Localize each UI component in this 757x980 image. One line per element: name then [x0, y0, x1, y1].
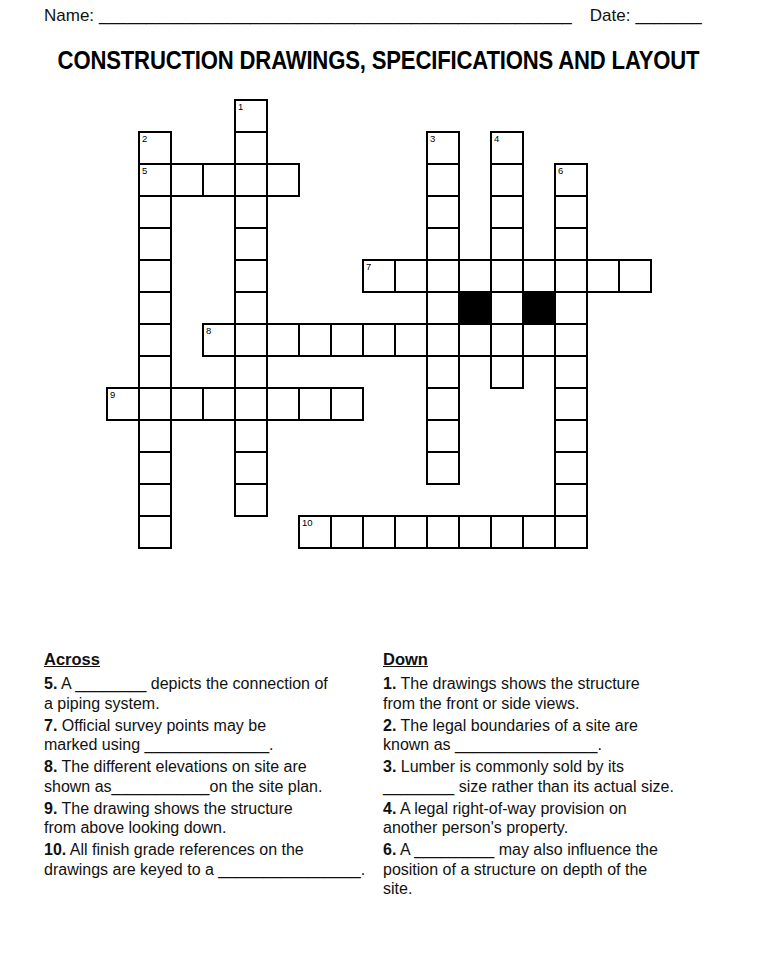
across-clues-column: Across 5. A ________ depicts the connect… — [44, 650, 380, 882]
cell-r2c12[interactable] — [491, 164, 523, 196]
cell-r12c4[interactable] — [235, 484, 267, 516]
empty-space — [171, 324, 203, 356]
empty-space — [203, 196, 235, 228]
cell-r10c14[interactable] — [555, 420, 587, 452]
empty-space — [267, 420, 299, 452]
cell-r1c10[interactable]: 3 — [427, 132, 459, 164]
empty-space — [523, 452, 555, 484]
cell-r7c14[interactable] — [555, 324, 587, 356]
cell-r12c14[interactable] — [555, 484, 587, 516]
empty-space — [107, 324, 139, 356]
empty-space — [523, 356, 555, 388]
empty-space — [299, 164, 331, 196]
empty-space — [107, 484, 139, 516]
date-blank-line: _______ — [635, 6, 701, 25]
clue-across-9: 9. The drawing shows the structure from … — [44, 799, 380, 838]
cell-r9c7[interactable] — [331, 388, 363, 420]
empty-space — [171, 484, 203, 516]
empty-space — [299, 356, 331, 388]
cell-r6c14[interactable] — [555, 292, 587, 324]
empty-space — [267, 516, 299, 548]
clue-text: The legal boundaries of a site are known… — [383, 717, 638, 754]
cell-r13c10[interactable] — [427, 516, 459, 548]
empty-space — [235, 516, 267, 548]
empty-space — [107, 516, 139, 548]
empty-space — [395, 228, 427, 260]
cell-r10c10[interactable] — [427, 420, 459, 452]
empty-space — [587, 228, 619, 260]
clue-across-7: 7. Official survey points may be marked … — [44, 716, 380, 755]
clue-number-label: 7. — [44, 717, 57, 734]
empty-space — [299, 452, 331, 484]
cell-r4c4[interactable] — [235, 228, 267, 260]
date-label: Date: — [590, 6, 631, 25]
empty-space — [267, 100, 299, 132]
empty-space — [555, 100, 587, 132]
cell-r5c1[interactable] — [139, 260, 171, 292]
empty-space — [523, 420, 555, 452]
clue-down-2: 2. The legal boundaries of a site are kn… — [383, 716, 731, 755]
empty-space — [491, 420, 523, 452]
empty-space — [523, 164, 555, 196]
cell-r9c4[interactable] — [235, 388, 267, 420]
cell-r2c14[interactable]: 6 — [555, 164, 587, 196]
cell-r11c1[interactable] — [139, 452, 171, 484]
empty-space — [587, 452, 619, 484]
empty-space — [107, 196, 139, 228]
empty-space — [395, 420, 427, 452]
empty-space — [459, 484, 491, 516]
cell-r8c14[interactable] — [555, 356, 587, 388]
cell-r13c11[interactable] — [459, 516, 491, 548]
empty-space — [107, 356, 139, 388]
cell-r7c9[interactable] — [395, 324, 427, 356]
clue-number-1: 1 — [238, 101, 243, 112]
empty-space — [203, 452, 235, 484]
cell-r1c12[interactable]: 4 — [491, 132, 523, 164]
cell-r10c1[interactable] — [139, 420, 171, 452]
cell-r4c12[interactable] — [491, 228, 523, 260]
cell-r9c14[interactable] — [555, 388, 587, 420]
name-date-row: Name:___________________________________… — [44, 6, 702, 26]
empty-space — [395, 164, 427, 196]
cell-r13c13[interactable] — [523, 516, 555, 548]
name-blank-line: ________________________________________… — [99, 6, 572, 25]
empty-space — [363, 132, 395, 164]
empty-space — [107, 420, 139, 452]
empty-space — [395, 484, 427, 516]
empty-space — [555, 132, 587, 164]
empty-space — [619, 196, 651, 228]
empty-space — [267, 292, 299, 324]
clue-text: All finish grade references on the drawi… — [44, 841, 365, 878]
empty-space — [203, 420, 235, 452]
black-cell-r6c11 — [459, 292, 491, 324]
page-title: CONSTRUCTION DRAWINGS, SPECIFICATIONS AN… — [57, 45, 700, 76]
clue-across-8: 8. The different elevations on site are … — [44, 757, 380, 796]
cell-r7c7[interactable] — [331, 324, 363, 356]
empty-space — [203, 260, 235, 292]
clue-text: The drawings shows the structure from th… — [383, 675, 640, 712]
empty-space — [619, 388, 651, 420]
empty-space — [459, 164, 491, 196]
empty-space — [363, 100, 395, 132]
cell-r6c10[interactable] — [427, 292, 459, 324]
cell-r7c11[interactable] — [459, 324, 491, 356]
empty-space — [363, 196, 395, 228]
cell-r13c6[interactable]: 10 — [299, 516, 331, 548]
cell-r12c1[interactable] — [139, 484, 171, 516]
clue-number-label: 6. — [383, 841, 396, 858]
empty-space — [523, 484, 555, 516]
empty-space — [619, 356, 651, 388]
empty-space — [619, 228, 651, 260]
empty-space — [619, 484, 651, 516]
empty-space — [203, 228, 235, 260]
cell-r0c4[interactable]: 1 — [235, 100, 267, 132]
cell-r4c10[interactable] — [427, 228, 459, 260]
empty-space — [139, 100, 171, 132]
empty-space — [203, 516, 235, 548]
empty-space — [459, 196, 491, 228]
empty-space — [299, 132, 331, 164]
cell-r1c1[interactable]: 2 — [139, 132, 171, 164]
empty-space — [107, 260, 139, 292]
empty-space — [171, 292, 203, 324]
clue-down-6: 6. A _________ may also influence the po… — [383, 840, 731, 899]
empty-space — [363, 452, 395, 484]
empty-space — [587, 420, 619, 452]
empty-space — [459, 356, 491, 388]
empty-space — [107, 164, 139, 196]
cell-r13c9[interactable] — [395, 516, 427, 548]
empty-space — [619, 420, 651, 452]
cell-r7c4[interactable] — [235, 324, 267, 356]
clue-number-10: 10 — [302, 517, 313, 528]
clue-number-7: 7 — [366, 261, 371, 272]
empty-space — [331, 292, 363, 324]
cell-r7c10[interactable] — [427, 324, 459, 356]
cell-r3c1[interactable] — [139, 196, 171, 228]
cell-r9c3[interactable] — [203, 388, 235, 420]
empty-space — [587, 516, 619, 548]
across-heading: Across — [44, 650, 380, 669]
clue-number-4: 4 — [494, 133, 499, 144]
cell-r8c12[interactable] — [491, 356, 523, 388]
cell-r2c1[interactable]: 5 — [139, 164, 171, 196]
empty-space — [363, 356, 395, 388]
empty-space — [331, 196, 363, 228]
clue-number-label: 1. — [383, 675, 396, 692]
down-clues-column: Down 1. The drawings shows the structure… — [383, 650, 731, 901]
empty-space — [619, 100, 651, 132]
clue-number-8: 8 — [206, 325, 211, 336]
empty-space — [619, 452, 651, 484]
clue-text: A legal right-of-way provision on anothe… — [383, 800, 627, 837]
crossword-grid: 12345678910 — [107, 100, 651, 548]
clue-text: A _________ may also influence the posit… — [383, 841, 658, 897]
clue-number-label: 4. — [383, 800, 396, 817]
black-cell-r6c13 — [523, 292, 555, 324]
empty-space — [395, 100, 427, 132]
cell-r5c8[interactable]: 7 — [363, 260, 395, 292]
empty-space — [619, 516, 651, 548]
empty-space — [107, 292, 139, 324]
empty-space — [587, 132, 619, 164]
empty-space — [427, 100, 459, 132]
clue-down-3: 3. Lumber is commonly sold by its ______… — [383, 757, 731, 796]
empty-space — [395, 196, 427, 228]
empty-space — [363, 228, 395, 260]
cell-r4c14[interactable] — [555, 228, 587, 260]
cell-r3c14[interactable] — [555, 196, 587, 228]
clue-text: Lumber is commonly sold by its ________ … — [383, 758, 674, 795]
cell-r5c12[interactable] — [491, 260, 523, 292]
empty-space — [171, 516, 203, 548]
cell-r7c12[interactable] — [491, 324, 523, 356]
empty-space — [363, 388, 395, 420]
empty-space — [395, 132, 427, 164]
clue-across-10: 10. All finish grade references on the d… — [44, 840, 380, 879]
empty-space — [299, 484, 331, 516]
empty-space — [267, 356, 299, 388]
cell-r9c10[interactable] — [427, 388, 459, 420]
clue-number-9: 9 — [110, 389, 115, 400]
empty-space — [267, 228, 299, 260]
clue-number-2: 2 — [142, 133, 147, 144]
empty-space — [363, 164, 395, 196]
empty-space — [459, 420, 491, 452]
name-label: Name: — [44, 6, 94, 25]
cell-r9c5[interactable] — [267, 388, 299, 420]
empty-space — [587, 484, 619, 516]
cell-r11c10[interactable] — [427, 452, 459, 484]
empty-space — [619, 292, 651, 324]
clue-text: A ________ depicts the connection of a p… — [44, 675, 328, 712]
empty-space — [203, 292, 235, 324]
cell-r6c12[interactable] — [491, 292, 523, 324]
cell-r5c11[interactable] — [459, 260, 491, 292]
cell-r5c10[interactable] — [427, 260, 459, 292]
empty-space — [587, 292, 619, 324]
empty-space — [267, 484, 299, 516]
empty-space — [491, 452, 523, 484]
cell-r5c16[interactable] — [619, 260, 651, 292]
empty-space — [203, 484, 235, 516]
empty-space — [427, 484, 459, 516]
empty-space — [331, 420, 363, 452]
cell-r6c1[interactable] — [139, 292, 171, 324]
empty-space — [171, 132, 203, 164]
empty-space — [171, 228, 203, 260]
empty-space — [459, 228, 491, 260]
cell-r2c3[interactable] — [203, 164, 235, 196]
empty-space — [171, 100, 203, 132]
cell-r7c6[interactable] — [299, 324, 331, 356]
cell-r5c9[interactable] — [395, 260, 427, 292]
empty-space — [299, 100, 331, 132]
cell-r7c1[interactable] — [139, 324, 171, 356]
empty-space — [267, 132, 299, 164]
clue-down-4: 4. A legal right-of-way provision on ano… — [383, 799, 731, 838]
cell-r8c1[interactable] — [139, 356, 171, 388]
empty-space — [299, 228, 331, 260]
cell-r13c1[interactable] — [139, 516, 171, 548]
cell-r3c10[interactable] — [427, 196, 459, 228]
cell-r7c8[interactable] — [363, 324, 395, 356]
empty-space — [395, 292, 427, 324]
empty-space — [171, 420, 203, 452]
down-clue-list: 1. The drawings shows the structure from… — [383, 674, 731, 899]
empty-space — [619, 164, 651, 196]
empty-space — [395, 388, 427, 420]
empty-space — [171, 356, 203, 388]
empty-space — [299, 292, 331, 324]
empty-space — [331, 132, 363, 164]
empty-space — [331, 452, 363, 484]
empty-space — [523, 100, 555, 132]
empty-space — [587, 324, 619, 356]
cell-r11c14[interactable] — [555, 452, 587, 484]
clue-text: The different elevations on site are sho… — [44, 758, 322, 795]
clue-number-5: 5 — [142, 165, 147, 176]
cell-r13c12[interactable] — [491, 516, 523, 548]
empty-space — [491, 484, 523, 516]
empty-space — [459, 100, 491, 132]
cell-r2c10[interactable] — [427, 164, 459, 196]
cell-r1c4[interactable] — [235, 132, 267, 164]
clue-text: Official survey points may be marked usi… — [44, 717, 274, 754]
cell-r2c4[interactable] — [235, 164, 267, 196]
empty-space — [587, 100, 619, 132]
empty-space — [363, 292, 395, 324]
empty-space — [363, 484, 395, 516]
empty-space — [331, 100, 363, 132]
empty-space — [107, 132, 139, 164]
empty-space — [587, 164, 619, 196]
clue-number-6: 6 — [558, 165, 563, 176]
cell-r6c4[interactable] — [235, 292, 267, 324]
empty-space — [107, 100, 139, 132]
empty-space — [299, 196, 331, 228]
empty-space — [203, 132, 235, 164]
cell-r9c1[interactable] — [139, 388, 171, 420]
empty-space — [203, 356, 235, 388]
cell-r7c3[interactable]: 8 — [203, 324, 235, 356]
empty-space — [267, 260, 299, 292]
cell-r4c1[interactable] — [139, 228, 171, 260]
empty-space — [523, 132, 555, 164]
cell-r13c7[interactable] — [331, 516, 363, 548]
empty-space — [331, 164, 363, 196]
empty-space — [459, 132, 491, 164]
cell-r8c10[interactable] — [427, 356, 459, 388]
empty-space — [331, 484, 363, 516]
clue-across-5: 5. A ________ depicts the connection of … — [44, 674, 380, 713]
cell-r11c4[interactable] — [235, 452, 267, 484]
cell-r13c8[interactable] — [363, 516, 395, 548]
empty-space — [331, 356, 363, 388]
cell-r9c0[interactable]: 9 — [107, 388, 139, 420]
empty-space — [587, 388, 619, 420]
cell-r7c5[interactable] — [267, 324, 299, 356]
empty-space — [587, 356, 619, 388]
cell-r3c12[interactable] — [491, 196, 523, 228]
cell-r10c4[interactable] — [235, 420, 267, 452]
clue-down-1: 1. The drawings shows the structure from… — [383, 674, 731, 713]
empty-space — [395, 452, 427, 484]
cell-r13c14[interactable] — [555, 516, 587, 548]
empty-space — [395, 356, 427, 388]
empty-space — [459, 452, 491, 484]
cell-r8c4[interactable] — [235, 356, 267, 388]
empty-space — [619, 324, 651, 356]
cell-r7c13[interactable] — [523, 324, 555, 356]
empty-space — [363, 420, 395, 452]
empty-space — [107, 228, 139, 260]
empty-space — [523, 196, 555, 228]
empty-space — [331, 228, 363, 260]
clue-number-label: 9. — [44, 800, 57, 817]
cell-r5c13[interactable] — [523, 260, 555, 292]
empty-space — [587, 196, 619, 228]
cell-r5c4[interactable] — [235, 260, 267, 292]
empty-space — [267, 196, 299, 228]
empty-space — [491, 100, 523, 132]
empty-space — [203, 100, 235, 132]
cell-r5c15[interactable] — [587, 260, 619, 292]
empty-space — [107, 452, 139, 484]
empty-space — [299, 260, 331, 292]
cell-r9c6[interactable] — [299, 388, 331, 420]
across-clue-list: 5. A ________ depicts the connection of … — [44, 674, 380, 879]
cell-r3c4[interactable] — [235, 196, 267, 228]
empty-space — [523, 388, 555, 420]
clue-text: The drawing shows the structure from abo… — [44, 800, 293, 837]
empty-space — [171, 452, 203, 484]
empty-space — [619, 132, 651, 164]
empty-space — [331, 260, 363, 292]
cell-r2c5[interactable] — [267, 164, 299, 196]
clue-number-label: 3. — [383, 758, 396, 775]
down-heading: Down — [383, 650, 731, 669]
empty-space — [299, 420, 331, 452]
clue-number-label: 8. — [44, 758, 57, 775]
clue-number-label: 2. — [383, 717, 396, 734]
empty-space — [171, 260, 203, 292]
clue-number-3: 3 — [430, 133, 435, 144]
clue-number-label: 5. — [44, 675, 57, 692]
empty-space — [267, 452, 299, 484]
empty-space — [171, 196, 203, 228]
empty-space — [491, 388, 523, 420]
cell-r2c2[interactable] — [171, 164, 203, 196]
clue-number-label: 10. — [44, 841, 66, 858]
empty-space — [459, 388, 491, 420]
cell-r9c2[interactable] — [171, 388, 203, 420]
empty-space — [523, 228, 555, 260]
cell-r5c14[interactable] — [555, 260, 587, 292]
